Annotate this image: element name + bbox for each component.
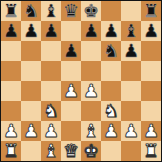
piece-black-king[interactable]: ♚ [83,1,99,21]
piece-black-pawn[interactable]: ♟ [123,41,139,61]
piece-black-knight[interactable]: ♞ [103,41,119,61]
square-h7[interactable]: ♟ [141,21,161,41]
piece-black-rook[interactable]: ♜ [3,1,19,21]
piece-black-pawn[interactable]: ♟ [83,21,99,41]
square-h6[interactable] [141,41,161,61]
piece-white-pawn[interactable]: ♟ [23,121,39,141]
square-d3[interactable] [61,101,81,121]
piece-white-pawn[interactable]: ♟ [123,121,139,141]
square-h4[interactable] [141,81,161,101]
square-a8[interactable]: ♜ [1,1,21,21]
square-e4[interactable]: ♟ [81,81,101,101]
square-a3[interactable] [1,101,21,121]
square-g8[interactable] [121,1,141,21]
square-d2[interactable] [61,121,81,141]
square-d6[interactable]: ♟ [61,41,81,61]
piece-black-pawn[interactable]: ♟ [143,21,159,41]
square-g2[interactable]: ♟ [121,121,141,141]
square-a5[interactable] [1,61,21,81]
piece-white-king[interactable]: ♚ [83,141,99,161]
square-d4[interactable]: ♟ [61,81,81,101]
square-f6[interactable]: ♞ [101,41,121,61]
square-c2[interactable]: ♟ [41,121,61,141]
piece-white-pawn[interactable]: ♟ [83,81,99,101]
square-g4[interactable] [121,81,141,101]
square-e6[interactable] [81,41,101,61]
piece-white-pawn[interactable]: ♟ [43,121,59,141]
piece-white-bishop[interactable]: ♝ [43,141,59,161]
piece-white-rook[interactable]: ♜ [3,141,19,161]
piece-white-pawn[interactable]: ♟ [3,121,19,141]
square-f1[interactable] [101,141,121,161]
square-a2[interactable]: ♟ [1,121,21,141]
chess-board: ♜♞♝♛♚♜♟♟♟♟♟♝♟♟♞♟♟♟♞♞♟♟♟♝♟♟♟♜♝♛♚♜ [0,0,162,162]
square-d7[interactable] [61,21,81,41]
piece-black-queen[interactable]: ♛ [63,1,79,21]
square-b4[interactable] [21,81,41,101]
piece-black-pawn[interactable]: ♟ [103,21,119,41]
square-c8[interactable]: ♝ [41,1,61,21]
piece-black-pawn[interactable]: ♟ [63,41,79,61]
square-h2[interactable]: ♟ [141,121,161,141]
square-h8[interactable]: ♜ [141,1,161,21]
piece-white-queen[interactable]: ♛ [63,141,79,161]
piece-white-pawn[interactable]: ♟ [103,121,119,141]
square-d1[interactable]: ♛ [61,141,81,161]
piece-white-rook[interactable]: ♜ [143,141,159,161]
square-e5[interactable] [81,61,101,81]
square-f4[interactable] [101,81,121,101]
square-d8[interactable]: ♛ [61,1,81,21]
piece-black-pawn[interactable]: ♟ [3,21,19,41]
square-c5[interactable] [41,61,61,81]
piece-black-knight[interactable]: ♞ [23,1,39,21]
chess-app: ♜♞♝♛♚♜♟♟♟♟♟♝♟♟♞♟♟♟♞♞♟♟♟♝♟♟♟♜♝♛♚♜ [0,0,162,162]
square-a6[interactable] [1,41,21,61]
square-c4[interactable] [41,81,61,101]
square-a4[interactable] [1,81,21,101]
square-e2[interactable]: ♝ [81,121,101,141]
square-b8[interactable]: ♞ [21,1,41,21]
square-g5[interactable] [121,61,141,81]
square-e8[interactable]: ♚ [81,1,101,21]
piece-white-knight[interactable]: ♞ [43,101,59,121]
square-a1[interactable]: ♜ [1,141,21,161]
square-b6[interactable] [21,41,41,61]
square-e7[interactable]: ♟ [81,21,101,41]
piece-black-pawn[interactable]: ♟ [43,21,59,41]
piece-white-pawn[interactable]: ♟ [63,81,79,101]
square-g1[interactable] [121,141,141,161]
piece-white-knight[interactable]: ♞ [103,101,119,121]
square-f5[interactable] [101,61,121,81]
square-f8[interactable] [101,1,121,21]
square-b3[interactable] [21,101,41,121]
piece-black-rook[interactable]: ♜ [143,1,159,21]
square-g7[interactable]: ♝ [121,21,141,41]
piece-black-bishop[interactable]: ♝ [43,1,59,21]
square-b1[interactable] [21,141,41,161]
square-g6[interactable]: ♟ [121,41,141,61]
square-f7[interactable]: ♟ [101,21,121,41]
square-c1[interactable]: ♝ [41,141,61,161]
square-b7[interactable]: ♟ [21,21,41,41]
square-d5[interactable] [61,61,81,81]
square-e1[interactable]: ♚ [81,141,101,161]
square-b5[interactable] [21,61,41,81]
square-b2[interactable]: ♟ [21,121,41,141]
piece-white-pawn[interactable]: ♟ [143,121,159,141]
square-h1[interactable]: ♜ [141,141,161,161]
piece-black-pawn[interactable]: ♟ [23,21,39,41]
piece-black-bishop[interactable]: ♝ [123,21,139,41]
square-c7[interactable]: ♟ [41,21,61,41]
square-e3[interactable] [81,101,101,121]
square-a7[interactable]: ♟ [1,21,21,41]
square-c3[interactable]: ♞ [41,101,61,121]
piece-white-bishop[interactable]: ♝ [83,121,99,141]
square-f2[interactable]: ♟ [101,121,121,141]
square-c6[interactable] [41,41,61,61]
square-h5[interactable] [141,61,161,81]
square-h3[interactable] [141,101,161,121]
square-f3[interactable]: ♞ [101,101,121,121]
square-g3[interactable] [121,101,141,121]
